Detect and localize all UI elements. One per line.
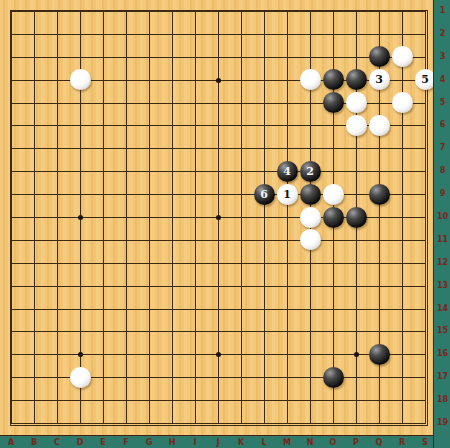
- column-label: D: [72, 438, 88, 448]
- row-label: 19: [434, 418, 450, 428]
- stone-black-P10: [346, 207, 367, 228]
- stone-white-R5: [392, 92, 413, 113]
- stone-white-M9: 1: [277, 184, 298, 205]
- column-label: F: [118, 438, 134, 448]
- stone-black-Q9: [369, 184, 390, 205]
- column-label: R: [394, 438, 410, 448]
- stone-black-Q3: [369, 46, 390, 67]
- column-label: B: [26, 438, 42, 448]
- stone-white-R3: [392, 46, 413, 67]
- row-label: 3: [434, 52, 450, 62]
- column-label: K: [233, 438, 249, 448]
- column-label: I: [187, 438, 203, 448]
- row-label: 16: [434, 349, 450, 359]
- star-point: [78, 215, 83, 220]
- stone-white-N11: [300, 229, 321, 250]
- column-label: N: [302, 438, 318, 448]
- move-number: 5: [421, 74, 429, 85]
- row-label: 18: [434, 395, 450, 405]
- star-point: [354, 352, 359, 357]
- stone-black-O5: [323, 92, 344, 113]
- stone-white-D17: [70, 367, 91, 388]
- column-label: L: [256, 438, 272, 448]
- row-label: 7: [434, 143, 450, 153]
- stone-black-O4: [323, 69, 344, 90]
- row-label: 13: [434, 281, 450, 291]
- star-point: [216, 352, 221, 357]
- stone-white-Q4: 3: [369, 69, 390, 90]
- stone-white-P6: [346, 115, 367, 136]
- row-coordinates: 12345678910111213141516171819: [433, 0, 450, 448]
- move-number: 4: [283, 166, 291, 177]
- row-label: 14: [434, 304, 450, 314]
- stone-black-Q16: [369, 344, 390, 365]
- column-coordinates: ABCDEFGHIJKLMNOPQRS: [0, 435, 433, 448]
- column-label: Q: [371, 438, 387, 448]
- column-label: P: [348, 438, 364, 448]
- column-label: C: [49, 438, 65, 448]
- column-label: G: [141, 438, 157, 448]
- row-label: 5: [434, 98, 450, 108]
- column-label: J: [210, 438, 226, 448]
- stone-black-N9: [300, 184, 321, 205]
- column-label: M: [279, 438, 295, 448]
- stone-white-P5: [346, 92, 367, 113]
- stone-white-Q6: [369, 115, 390, 136]
- row-label: 9: [434, 189, 450, 199]
- stone-white-O9: [323, 184, 344, 205]
- star-point: [216, 78, 221, 83]
- row-label: 4: [434, 75, 450, 85]
- move-number: 1: [283, 189, 291, 200]
- row-label: 10: [434, 212, 450, 222]
- column-label: H: [164, 438, 180, 448]
- row-label: 2: [434, 29, 450, 39]
- row-label: 6: [434, 120, 450, 130]
- move-number: 2: [306, 166, 314, 177]
- row-label: 17: [434, 372, 450, 382]
- column-label: O: [325, 438, 341, 448]
- stone-black-N8: 2: [300, 161, 321, 182]
- column-label: E: [95, 438, 111, 448]
- row-label: 1: [434, 6, 450, 16]
- row-label: 8: [434, 166, 450, 176]
- stone-black-L9: 6: [254, 184, 275, 205]
- move-number: 6: [260, 189, 268, 200]
- stone-black-O10: [323, 207, 344, 228]
- go-board[interactable]: 354261: [0, 0, 433, 435]
- star-point: [78, 352, 83, 357]
- stone-black-M8: 4: [277, 161, 298, 182]
- column-label: S: [417, 438, 433, 448]
- go-board-window: 354261 12345678910111213141516171819 ABC…: [0, 0, 450, 448]
- row-label: 12: [434, 258, 450, 268]
- stone-white-D4: [70, 69, 91, 90]
- stone-white-N4: [300, 69, 321, 90]
- move-number: 3: [375, 74, 383, 85]
- row-label: 15: [434, 326, 450, 336]
- stone-white-N10: [300, 207, 321, 228]
- column-label: A: [3, 438, 19, 448]
- stone-black-P4: [346, 69, 367, 90]
- star-point: [216, 215, 221, 220]
- row-label: 11: [434, 235, 450, 245]
- stone-black-O17: [323, 367, 344, 388]
